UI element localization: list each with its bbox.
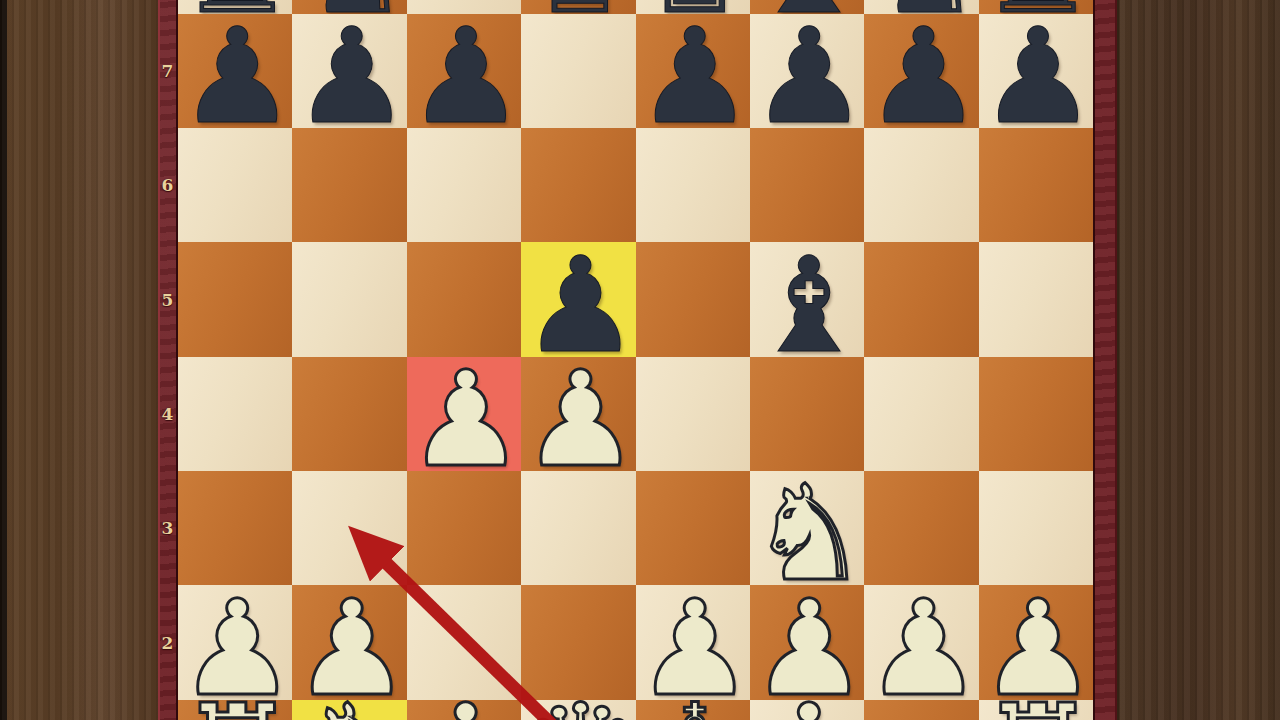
square-e1[interactable]: ♚ xyxy=(636,700,750,720)
white-rook-a1[interactable]: ♜ xyxy=(178,686,292,720)
black-pawn-h7[interactable]: ♟ xyxy=(979,10,1093,142)
square-d1[interactable]: ♛ xyxy=(521,700,635,720)
square-h5[interactable] xyxy=(979,242,1093,356)
square-g1[interactable] xyxy=(864,700,978,720)
square-a5[interactable] xyxy=(178,242,292,356)
black-bishop-f5[interactable]: ♝ xyxy=(750,239,864,371)
square-b6[interactable] xyxy=(292,128,406,242)
square-d6[interactable] xyxy=(521,128,635,242)
rank-label-2: 2 xyxy=(157,633,178,653)
white-king-e1[interactable]: ♚ xyxy=(636,686,750,720)
square-d7[interactable] xyxy=(521,14,635,128)
square-c1[interactable]: ♝ xyxy=(407,700,521,720)
square-g2[interactable]: ♟ xyxy=(864,585,978,699)
square-e4[interactable] xyxy=(636,357,750,471)
square-f5[interactable]: ♝ xyxy=(750,242,864,356)
square-h4[interactable] xyxy=(979,357,1093,471)
square-g5[interactable] xyxy=(864,242,978,356)
white-bishop-f1[interactable]: ♝ xyxy=(750,686,864,720)
square-c6[interactable] xyxy=(407,128,521,242)
square-d5[interactable]: ♟ xyxy=(521,242,635,356)
rank-label-3: 3 xyxy=(157,518,178,538)
square-f4[interactable] xyxy=(750,357,864,471)
square-c3[interactable] xyxy=(407,471,521,585)
square-a4[interactable] xyxy=(178,357,292,471)
square-d8[interactable]: ♛ xyxy=(521,0,635,14)
square-a1[interactable]: ♜ xyxy=(178,700,292,720)
square-e7[interactable]: ♟ xyxy=(636,14,750,128)
table-wood-right xyxy=(1117,0,1280,720)
square-b1[interactable]: ♞ xyxy=(292,700,406,720)
square-f3[interactable]: ♞ xyxy=(750,471,864,585)
square-b3[interactable] xyxy=(292,471,406,585)
square-g7[interactable]: ♟ xyxy=(864,14,978,128)
square-h1[interactable]: ♜ xyxy=(979,700,1093,720)
square-g6[interactable] xyxy=(864,128,978,242)
chess-board[interactable]: ♜♞♛♚♝♞♜♟♟♟♟♟♟♟♟♝♟♟♞♟♟♟♟♟♟♜♞♝♛♚♝♜ xyxy=(178,0,1093,720)
square-f7[interactable]: ♟ xyxy=(750,14,864,128)
black-pawn-c7[interactable]: ♟ xyxy=(407,10,521,142)
square-a7[interactable]: ♟ xyxy=(178,14,292,128)
black-pawn-g7[interactable]: ♟ xyxy=(864,10,978,142)
square-d4[interactable]: ♟ xyxy=(521,357,635,471)
square-h6[interactable] xyxy=(979,128,1093,242)
rank-label-5: 5 xyxy=(157,290,178,310)
square-f6[interactable] xyxy=(750,128,864,242)
white-bishop-c1[interactable]: ♝ xyxy=(407,686,521,720)
square-b5[interactable] xyxy=(292,242,406,356)
square-b7[interactable]: ♟ xyxy=(292,14,406,128)
square-f1[interactable]: ♝ xyxy=(750,700,864,720)
square-a3[interactable] xyxy=(178,471,292,585)
rank-label-4: 4 xyxy=(157,404,178,424)
black-pawn-a7[interactable]: ♟ xyxy=(178,10,292,142)
black-pawn-f7[interactable]: ♟ xyxy=(750,10,864,142)
black-pawn-e7[interactable]: ♟ xyxy=(636,10,750,142)
white-queen-d1[interactable]: ♛ xyxy=(521,686,635,720)
square-h7[interactable]: ♟ xyxy=(979,14,1093,128)
rank-label-6: 6 xyxy=(157,175,178,195)
square-g4[interactable] xyxy=(864,357,978,471)
square-e3[interactable] xyxy=(636,471,750,585)
square-c7[interactable]: ♟ xyxy=(407,14,521,128)
square-b4[interactable] xyxy=(292,357,406,471)
square-c4[interactable]: ♟ xyxy=(407,357,521,471)
chess-video-frame: ♜♞♛♚♝♞♜♟♟♟♟♟♟♟♟♝♟♟♞♟♟♟♟♟♟♜♞♝♛♚♝♜ 765432 xyxy=(0,0,1280,720)
square-c5[interactable] xyxy=(407,242,521,356)
white-pawn-d4[interactable]: ♟ xyxy=(521,353,635,485)
white-pawn-c4[interactable]: ♟ xyxy=(407,353,521,485)
white-rook-h1[interactable]: ♜ xyxy=(979,686,1093,720)
table-wood-left xyxy=(0,0,158,720)
square-e6[interactable] xyxy=(636,128,750,242)
black-pawn-b7[interactable]: ♟ xyxy=(292,10,406,142)
square-h3[interactable] xyxy=(979,471,1093,585)
square-g3[interactable] xyxy=(864,471,978,585)
rank-label-7: 7 xyxy=(157,61,178,81)
square-a6[interactable] xyxy=(178,128,292,242)
square-e5[interactable] xyxy=(636,242,750,356)
square-d3[interactable] xyxy=(521,471,635,585)
white-pawn-g2[interactable]: ♟ xyxy=(864,582,978,714)
white-knight-b1[interactable]: ♞ xyxy=(292,686,406,720)
